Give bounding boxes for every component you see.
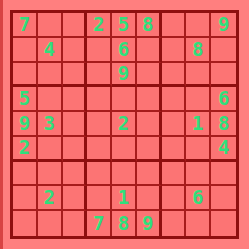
cell-r3c7[interactable] bbox=[162, 63, 187, 88]
sudoku-board: 725894689569321824216789 bbox=[10, 10, 239, 239]
cell-r3c4[interactable] bbox=[87, 63, 112, 88]
cell-r6c7[interactable] bbox=[162, 137, 187, 162]
cell-r1c8[interactable] bbox=[186, 13, 211, 38]
cell-r9c1[interactable] bbox=[13, 211, 38, 236]
cell-r7c4[interactable] bbox=[87, 162, 112, 187]
cell-r5c8[interactable]: 1 bbox=[186, 112, 211, 137]
cell-r2c5[interactable]: 6 bbox=[112, 38, 137, 63]
cell-r8c8[interactable]: 6 bbox=[186, 186, 211, 211]
cell-r1c7[interactable] bbox=[162, 13, 187, 38]
cell-r1c1[interactable]: 7 bbox=[13, 13, 38, 38]
cell-r8c1[interactable] bbox=[13, 186, 38, 211]
cell-r8c2[interactable]: 2 bbox=[38, 186, 63, 211]
cell-r4c6[interactable] bbox=[137, 87, 162, 112]
cell-r7c8[interactable] bbox=[186, 162, 211, 187]
cell-r7c6[interactable] bbox=[137, 162, 162, 187]
cell-r4c9[interactable]: 6 bbox=[211, 87, 236, 112]
cell-r1c4[interactable]: 2 bbox=[87, 13, 112, 38]
cell-r8c5[interactable]: 1 bbox=[112, 186, 137, 211]
cell-r9c3[interactable] bbox=[63, 211, 88, 236]
cell-r7c3[interactable] bbox=[63, 162, 88, 187]
left-edge-strip bbox=[0, 0, 3, 249]
cell-r1c5[interactable]: 5 bbox=[112, 13, 137, 38]
cell-r6c2[interactable] bbox=[38, 137, 63, 162]
cell-r2c1[interactable] bbox=[13, 38, 38, 63]
cell-r4c8[interactable] bbox=[186, 87, 211, 112]
cell-r4c1[interactable]: 5 bbox=[13, 87, 38, 112]
cell-r5c6[interactable] bbox=[137, 112, 162, 137]
cell-r6c1[interactable]: 2 bbox=[13, 137, 38, 162]
cell-r5c5[interactable]: 2 bbox=[112, 112, 137, 137]
cell-r3c5[interactable]: 9 bbox=[112, 63, 137, 88]
cell-r5c3[interactable] bbox=[63, 112, 88, 137]
cell-r2c2[interactable]: 4 bbox=[38, 38, 63, 63]
cell-r3c6[interactable] bbox=[137, 63, 162, 88]
cell-r4c7[interactable] bbox=[162, 87, 187, 112]
cell-r6c3[interactable] bbox=[63, 137, 88, 162]
cell-r5c2[interactable]: 3 bbox=[38, 112, 63, 137]
cell-r3c3[interactable] bbox=[63, 63, 88, 88]
cell-r8c7[interactable] bbox=[162, 186, 187, 211]
cell-r7c5[interactable] bbox=[112, 162, 137, 187]
cell-r3c1[interactable] bbox=[13, 63, 38, 88]
cell-r6c8[interactable] bbox=[186, 137, 211, 162]
cell-r6c6[interactable] bbox=[137, 137, 162, 162]
cell-r7c7[interactable] bbox=[162, 162, 187, 187]
cell-r6c5[interactable] bbox=[112, 137, 137, 162]
cell-r2c7[interactable] bbox=[162, 38, 187, 63]
cell-r7c2[interactable] bbox=[38, 162, 63, 187]
cell-r5c1[interactable]: 9 bbox=[13, 112, 38, 137]
cell-r4c5[interactable] bbox=[112, 87, 137, 112]
cell-r1c3[interactable] bbox=[63, 13, 88, 38]
cell-r4c2[interactable] bbox=[38, 87, 63, 112]
cell-r2c8[interactable]: 8 bbox=[186, 38, 211, 63]
cell-r7c1[interactable] bbox=[13, 162, 38, 187]
cell-r5c9[interactable]: 8 bbox=[211, 112, 236, 137]
cell-r1c6[interactable]: 8 bbox=[137, 13, 162, 38]
cell-r8c6[interactable] bbox=[137, 186, 162, 211]
cell-r9c8[interactable] bbox=[186, 211, 211, 236]
cell-r9c4[interactable]: 7 bbox=[87, 211, 112, 236]
cell-r4c4[interactable] bbox=[87, 87, 112, 112]
cell-r3c9[interactable] bbox=[211, 63, 236, 88]
cell-r8c4[interactable] bbox=[87, 186, 112, 211]
cell-r6c9[interactable]: 4 bbox=[211, 137, 236, 162]
cell-r7c9[interactable] bbox=[211, 162, 236, 187]
cell-r9c2[interactable] bbox=[38, 211, 63, 236]
cell-r5c4[interactable] bbox=[87, 112, 112, 137]
cell-r2c3[interactable] bbox=[63, 38, 88, 63]
cell-r5c7[interactable] bbox=[162, 112, 187, 137]
cell-r1c2[interactable] bbox=[38, 13, 63, 38]
cell-r2c9[interactable] bbox=[211, 38, 236, 63]
cell-r9c7[interactable] bbox=[162, 211, 187, 236]
cell-r1c9[interactable]: 9 bbox=[211, 13, 236, 38]
cell-r8c3[interactable] bbox=[63, 186, 88, 211]
cell-r9c6[interactable]: 9 bbox=[137, 211, 162, 236]
cell-r2c6[interactable] bbox=[137, 38, 162, 63]
cell-r3c8[interactable] bbox=[186, 63, 211, 88]
cell-r2c4[interactable] bbox=[87, 38, 112, 63]
cell-r9c9[interactable] bbox=[211, 211, 236, 236]
cell-r4c3[interactable] bbox=[63, 87, 88, 112]
cell-r3c2[interactable] bbox=[38, 63, 63, 88]
cell-r8c9[interactable] bbox=[211, 186, 236, 211]
cell-r6c4[interactable] bbox=[87, 137, 112, 162]
cell-r9c5[interactable]: 8 bbox=[112, 211, 137, 236]
